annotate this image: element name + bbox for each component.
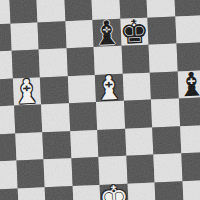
- square-d6[interactable]: [66, 47, 95, 76]
- square-b5[interactable]: ♝: [12, 77, 41, 106]
- square-c5[interactable]: [40, 76, 69, 105]
- square-e3[interactable]: [97, 128, 126, 157]
- square-f7[interactable]: ♚: [120, 17, 149, 46]
- square-c4[interactable]: [41, 103, 70, 132]
- square-e5[interactable]: ♝: [95, 73, 124, 102]
- square-a3[interactable]: [0, 133, 16, 162]
- square-h3[interactable]: [180, 125, 200, 154]
- square-f1[interactable]: [127, 182, 156, 200]
- white-bishop[interactable]: ♝: [94, 73, 125, 102]
- square-c3[interactable]: [42, 131, 71, 160]
- square-a2[interactable]: [0, 161, 17, 190]
- square-f2[interactable]: [126, 155, 155, 184]
- square-b7[interactable]: [10, 22, 39, 51]
- square-h5[interactable]: ♝: [177, 70, 200, 99]
- square-f4[interactable]: [123, 100, 152, 129]
- white-king[interactable]: ♚: [99, 183, 130, 200]
- square-h1[interactable]: [182, 180, 200, 200]
- square-a1[interactable]: [0, 188, 18, 200]
- square-b2[interactable]: [16, 159, 45, 188]
- black-bishop[interactable]: ♝: [176, 70, 200, 99]
- chessboard: ♝♚♝♝♝♚: [0, 0, 200, 200]
- square-f5[interactable]: [122, 72, 151, 101]
- square-h8[interactable]: [174, 0, 200, 16]
- square-g7[interactable]: [147, 16, 176, 45]
- square-c2[interactable]: [43, 158, 72, 187]
- black-bishop[interactable]: ♝: [91, 18, 122, 47]
- square-f3[interactable]: [125, 127, 154, 156]
- square-g5[interactable]: [150, 71, 179, 100]
- square-d4[interactable]: [69, 102, 98, 131]
- chess-board-photo: ♝♚♝♝♝♚: [0, 0, 200, 200]
- square-d2[interactable]: [71, 157, 100, 186]
- square-e1[interactable]: ♚: [100, 183, 129, 200]
- square-c1[interactable]: [45, 186, 74, 200]
- square-g2[interactable]: [153, 153, 182, 182]
- square-d8[interactable]: [64, 0, 93, 21]
- square-c6[interactable]: [39, 48, 68, 77]
- square-d1[interactable]: [72, 184, 101, 200]
- square-g8[interactable]: [146, 0, 175, 17]
- square-h2[interactable]: [181, 152, 200, 181]
- square-b1[interactable]: [17, 187, 46, 200]
- square-d3[interactable]: [70, 129, 99, 158]
- square-c7[interactable]: [37, 21, 66, 50]
- black-king[interactable]: ♚: [119, 17, 150, 46]
- square-h7[interactable]: [175, 15, 200, 44]
- square-c8[interactable]: [36, 0, 65, 22]
- square-g3[interactable]: [152, 126, 181, 155]
- square-d7[interactable]: [65, 20, 94, 49]
- square-b3[interactable]: [15, 132, 44, 161]
- white-bishop[interactable]: ♝: [11, 77, 42, 106]
- square-e7[interactable]: ♝: [92, 18, 121, 47]
- square-g1[interactable]: [155, 181, 184, 200]
- square-g4[interactable]: [151, 98, 180, 127]
- square-b8[interactable]: [9, 0, 38, 23]
- square-d5[interactable]: [67, 75, 96, 104]
- square-g6[interactable]: [149, 43, 178, 72]
